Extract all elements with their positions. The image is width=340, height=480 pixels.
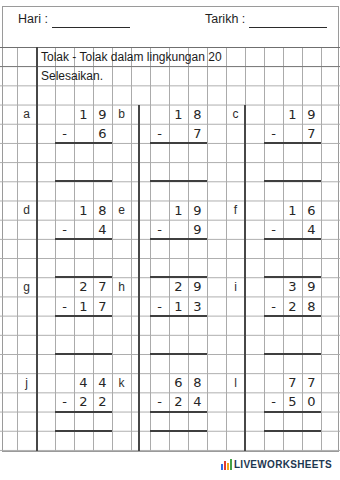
minus-sign: - [264, 220, 283, 239]
minus-sign: - [150, 124, 169, 143]
problem-label: d [17, 201, 36, 220]
subtrahend-ones: 3 [188, 296, 207, 315]
answer-line [150, 430, 207, 432]
problem-label: f [226, 201, 245, 220]
subtrahend-tens: 2 [169, 392, 188, 411]
date-label: Tarikh : [205, 12, 245, 26]
minuend-ones: 7 [93, 277, 112, 296]
subtrahend-ones: 4 [188, 392, 207, 411]
problem-label: e [112, 201, 131, 220]
minuend-tens: 1 [283, 201, 302, 220]
minuend-ones: 9 [188, 277, 207, 296]
brand-text: LIVEWORKSHEETS [234, 459, 332, 470]
problem-label: l [226, 373, 245, 392]
minuend-ones: 9 [188, 201, 207, 220]
minuend-ones: 8 [93, 201, 112, 220]
column-divider [138, 105, 140, 451]
subtraction-line [264, 315, 321, 317]
subtrahend-tens: 5 [283, 392, 302, 411]
subtraction-line [150, 238, 207, 240]
answer-line [264, 430, 321, 432]
subtrahend-tens [283, 124, 302, 143]
answer-line [150, 276, 207, 278]
answer-line [55, 180, 112, 182]
problem-label: h [112, 277, 131, 296]
answer-line [264, 276, 321, 278]
problem-label: b [112, 105, 131, 124]
subtrahend-ones: 7 [302, 124, 321, 143]
problem-label: k [112, 373, 131, 392]
answer-line [55, 353, 112, 355]
worksheet-subtitle: Selesaikan. [36, 66, 245, 85]
brand-logo[interactable]: LIVEWORKSHEETS [221, 459, 332, 470]
subtrahend-ones: 0 [302, 392, 321, 411]
minuend-tens: 2 [169, 277, 188, 296]
minus-sign: - [55, 392, 74, 411]
answer-line [150, 353, 207, 355]
minuend-ones: 6 [302, 201, 321, 220]
minuend-tens: 1 [74, 201, 93, 220]
minuend-tens: 3 [283, 277, 302, 296]
subtrahend-ones: 7 [188, 124, 207, 143]
problem-label: a [17, 105, 36, 124]
minus-sign: - [55, 296, 74, 315]
subtrahend-tens: 2 [283, 296, 302, 315]
table-left-border [36, 47, 38, 451]
subtrahend-ones: 9 [188, 220, 207, 239]
minuend-tens: 6 [169, 373, 188, 392]
subtrahend-ones: 4 [93, 220, 112, 239]
subtrahend-ones: 8 [302, 296, 321, 315]
column-divider [244, 105, 246, 451]
brand-bars-icon [221, 459, 232, 470]
minuend-tens: 1 [283, 105, 302, 124]
minuend-ones: 7 [302, 373, 321, 392]
subtrahend-ones: 7 [93, 296, 112, 315]
minuend-tens: 1 [169, 201, 188, 220]
answer-line [150, 180, 207, 182]
minus-sign: - [150, 296, 169, 315]
minus-sign: - [264, 124, 283, 143]
title-row-border [0, 66, 340, 67]
subtrahend-tens [74, 124, 93, 143]
minuend-ones: 9 [302, 277, 321, 296]
minuend-ones: 9 [93, 105, 112, 124]
date-underline[interactable] [249, 27, 327, 28]
subtraction-line [150, 142, 207, 144]
minuend-ones: 8 [188, 373, 207, 392]
problem-label: c [226, 105, 245, 124]
subtrahend-tens [283, 220, 302, 239]
subtraction-line [150, 411, 207, 413]
problem-label: g [17, 277, 36, 296]
problem-label: j [17, 373, 36, 392]
minuend-tens: 1 [74, 105, 93, 124]
minus-sign: - [150, 392, 169, 411]
minuend-tens: 2 [74, 277, 93, 296]
answer-line [55, 430, 112, 432]
minuend-tens: 7 [283, 373, 302, 392]
subtraction-line [55, 142, 112, 144]
minus-sign: - [264, 296, 283, 315]
subtraction-line [264, 238, 321, 240]
subtrahend-ones: 2 [93, 392, 112, 411]
table-top-border [0, 47, 340, 48]
grid-paper: Tolak - Tolak dalam lingkungan 20 Selesa… [0, 47, 340, 451]
minuend-ones: 9 [302, 105, 321, 124]
day-underline[interactable] [52, 27, 130, 28]
answer-line [55, 276, 112, 278]
minuend-ones: 8 [188, 105, 207, 124]
subtraction-line [264, 411, 321, 413]
answer-line [264, 180, 321, 182]
subtrahend-tens: 1 [74, 296, 93, 315]
subtrahend-ones: 4 [302, 220, 321, 239]
minuend-ones: 4 [93, 373, 112, 392]
subtraction-line [55, 315, 112, 317]
subtrahend-ones: 6 [93, 124, 112, 143]
subtraction-line [55, 238, 112, 240]
minuend-tens: 1 [169, 105, 188, 124]
minus-sign: - [264, 392, 283, 411]
subtraction-line [150, 315, 207, 317]
subtrahend-tens: 2 [74, 392, 93, 411]
minus-sign: - [55, 220, 74, 239]
minus-sign: - [55, 124, 74, 143]
subtrahend-tens [74, 220, 93, 239]
answer-line [264, 353, 321, 355]
worksheet-title: Tolak - Tolak dalam lingkungan 20 [36, 47, 245, 66]
subtrahend-tens [169, 124, 188, 143]
day-label: Hari : [18, 12, 48, 26]
minus-sign: - [150, 220, 169, 239]
subtraction-line [55, 411, 112, 413]
subtrahend-tens: 1 [169, 296, 188, 315]
minuend-tens: 4 [74, 373, 93, 392]
subtraction-line [264, 142, 321, 144]
problem-label: i [226, 277, 245, 296]
subtrahend-tens [169, 220, 188, 239]
